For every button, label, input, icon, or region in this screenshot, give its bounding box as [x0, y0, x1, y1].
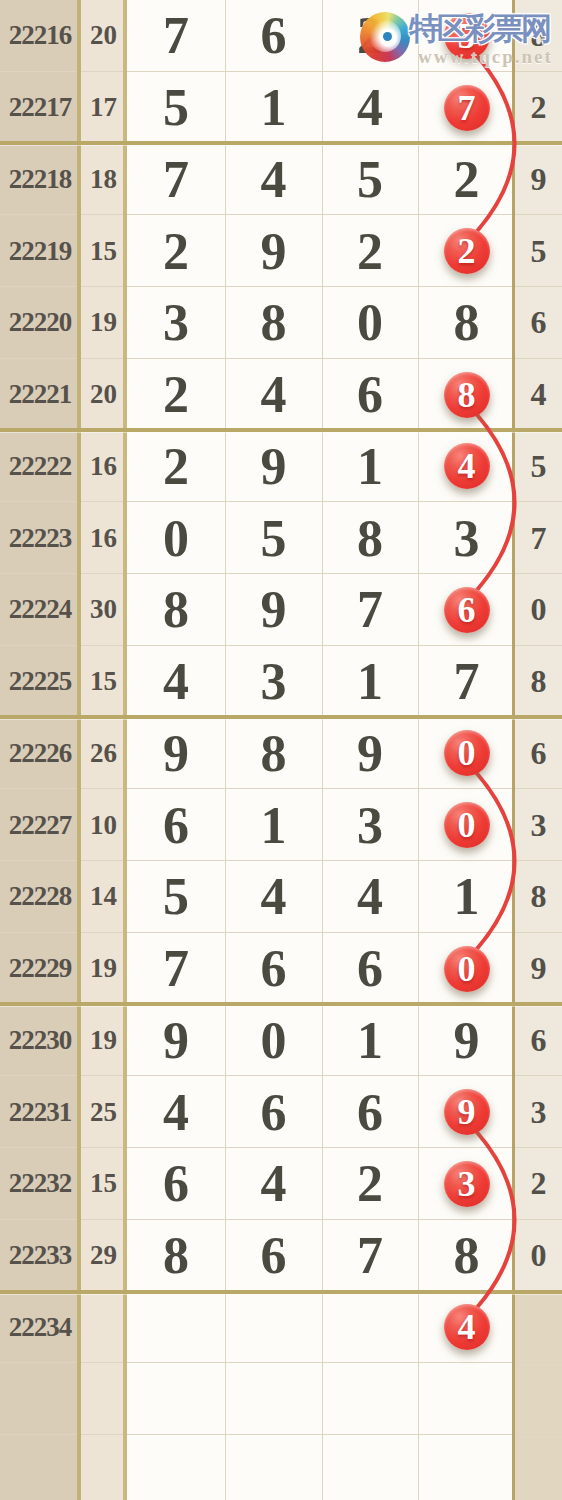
period-cell: 22232	[0, 1148, 80, 1220]
drawn-digit-circle: 9	[444, 1089, 490, 1135]
period-cell-value: 22232	[9, 1168, 72, 1199]
digit3-cell-value: 4	[357, 78, 383, 137]
digit2-cell: 4	[225, 144, 322, 216]
digit2-cell: 6	[225, 933, 322, 1005]
digit2-cell: 4	[225, 861, 322, 933]
digit3-cell: 2	[322, 1148, 418, 1220]
digit1-cell: 6	[127, 789, 225, 861]
period-cell: 22219	[0, 215, 80, 287]
digit4-cell: 9	[418, 1005, 515, 1077]
sum-cell: 15	[80, 215, 127, 287]
period-cell-value: 22217	[9, 92, 72, 123]
digit4-cell: 2	[418, 144, 515, 216]
next-digit-cell: 6	[515, 1005, 562, 1077]
digit2-cell: 9	[225, 215, 322, 287]
digit1-cell-value: 5	[163, 867, 189, 926]
period-cell: 22216	[0, 0, 80, 72]
digit1-cell-value: 6	[163, 1154, 189, 1213]
next-digit-cell-value: 9	[531, 161, 547, 198]
digit3-cell	[322, 1435, 418, 1500]
sum-cell	[80, 1435, 127, 1500]
digit2-cell	[225, 1435, 322, 1500]
digit1-cell: 2	[127, 359, 225, 431]
logo-center-dot	[383, 32, 392, 41]
table-cells: 2221620762582221717514722221818745292221…	[0, 0, 562, 1500]
digit3-cell-value: 6	[357, 939, 383, 998]
sum-cell: 10	[80, 789, 127, 861]
digit2-cell-value: 9	[261, 580, 287, 639]
sum-cell: 30	[80, 574, 127, 646]
digit1-cell-value: 3	[163, 293, 189, 352]
digit1-cell: 8	[127, 1220, 225, 1292]
sum-cell: 19	[80, 1005, 127, 1077]
next-digit-cell: 2	[515, 1148, 562, 1220]
period-cell: 22228	[0, 861, 80, 933]
digit1-cell: 0	[127, 502, 225, 574]
digit1-cell	[127, 1435, 225, 1500]
sum-cell: 15	[80, 1148, 127, 1220]
drawn-digit-circle: 0	[444, 730, 490, 776]
digit2-cell: 9	[225, 431, 322, 503]
digit1-cell: 8	[127, 574, 225, 646]
digit4-cell	[418, 1435, 515, 1500]
period-cell: 22224	[0, 574, 80, 646]
digit2-cell-value: 0	[261, 1011, 287, 1070]
digit1-cell: 5	[127, 72, 225, 144]
drawn-digit-circle: 7	[444, 85, 490, 131]
digit4-cell-value: 9	[454, 1011, 480, 1070]
next-digit-cell-value: 8	[531, 663, 547, 700]
period-cell-value: 22234	[9, 1312, 72, 1343]
site-logo-icon	[360, 12, 410, 62]
digit4-cell: 3	[418, 1148, 515, 1220]
next-digit-cell: 6	[515, 287, 562, 359]
next-digit-cell: 2	[515, 72, 562, 144]
next-digit-cell: 6	[515, 718, 562, 790]
next-digit-cell: 9	[515, 933, 562, 1005]
period-cell-value: 22225	[9, 666, 72, 697]
digit2-cell-value: 1	[261, 78, 287, 137]
digit3-cell	[322, 1292, 418, 1364]
digit1-cell-value: 0	[163, 509, 189, 568]
digit3-cell: 4	[322, 72, 418, 144]
digit2-cell-value: 6	[261, 1083, 287, 1142]
digit4-cell-value: 3	[454, 509, 480, 568]
digit3-cell: 3	[322, 789, 418, 861]
digit2-cell-value: 4	[261, 365, 287, 424]
digit2-cell-value: 6	[261, 6, 287, 65]
period-cell: 22220	[0, 287, 80, 359]
sum-cell-value: 30	[90, 594, 117, 625]
digit3-cell-value: 3	[357, 796, 383, 855]
next-digit-cell-value: 5	[531, 448, 547, 485]
digit4-cell: 0	[418, 933, 515, 1005]
period-cell-value: 22218	[9, 164, 72, 195]
digit2-cell-value: 6	[261, 1226, 287, 1285]
sum-cell-value: 15	[90, 236, 117, 267]
digit1-cell-value: 6	[163, 796, 189, 855]
period-cell: 22222	[0, 431, 80, 503]
sum-cell	[80, 1292, 127, 1364]
period-cell	[0, 1435, 80, 1500]
digit2-cell-value: 4	[261, 867, 287, 926]
digit2-cell-value: 6	[261, 939, 287, 998]
digit4-cell-value: 8	[454, 1226, 480, 1285]
digit3-cell: 0	[322, 287, 418, 359]
digit4-cell: 7	[418, 646, 515, 718]
digit3-cell-value: 5	[357, 150, 383, 209]
digit4-cell: 2	[418, 215, 515, 287]
digit4-cell: 0	[418, 718, 515, 790]
digit3-cell: 7	[322, 1220, 418, 1292]
period-cell-value: 22221	[9, 379, 72, 410]
digit3-cell: 5	[322, 144, 418, 216]
digit2-cell: 4	[225, 1148, 322, 1220]
digit1-cell: 5	[127, 861, 225, 933]
sum-cell-value: 26	[90, 738, 117, 769]
digit4-cell: 1	[418, 861, 515, 933]
digit2-cell-value: 4	[261, 1154, 287, 1213]
digit1-cell: 2	[127, 215, 225, 287]
digit3-cell: 6	[322, 933, 418, 1005]
digit4-cell-value: 2	[454, 150, 480, 209]
digit4-cell-value: 7	[454, 652, 480, 711]
digit1-cell-value: 7	[163, 6, 189, 65]
digit4-cell: 3	[418, 502, 515, 574]
period-cell-value: 22227	[9, 810, 72, 841]
digit1-cell-value: 9	[163, 724, 189, 783]
sum-cell-value: 10	[90, 810, 117, 841]
watermark-site-url: www.tqcp.net	[418, 46, 553, 68]
digit3-cell-value: 1	[357, 437, 383, 496]
digit3-cell-value: 2	[357, 222, 383, 281]
digit2-cell-value: 9	[261, 222, 287, 281]
drawn-digit-circle: 8	[444, 372, 490, 418]
digit1-cell: 6	[127, 1148, 225, 1220]
sum-cell: 18	[80, 144, 127, 216]
next-digit-cell: 3	[515, 789, 562, 861]
digit1-cell: 4	[127, 646, 225, 718]
next-digit-cell-value: 0	[531, 591, 547, 628]
digit1-cell: 3	[127, 287, 225, 359]
digit4-cell: 4	[418, 1292, 515, 1364]
digit4-cell: 8	[418, 359, 515, 431]
digit1-cell: 9	[127, 718, 225, 790]
drawn-digit-circle: 4	[444, 1304, 490, 1350]
next-digit-cell-value: 5	[531, 233, 547, 270]
next-digit-cell-value: 6	[531, 304, 547, 341]
period-cell: 22221	[0, 359, 80, 431]
sum-cell: 17	[80, 72, 127, 144]
digit4-cell-value: 1	[454, 867, 480, 926]
period-cell-value: 22224	[9, 594, 72, 625]
digit2-cell: 8	[225, 718, 322, 790]
period-cell-value: 22219	[9, 236, 72, 267]
digit1-cell-value: 2	[163, 365, 189, 424]
sum-cell-value: 17	[90, 92, 117, 123]
period-cell-value: 22226	[9, 738, 72, 769]
digit1-cell-value: 7	[163, 939, 189, 998]
period-cell-value: 22222	[9, 451, 72, 482]
drawn-digit-circle: 4	[444, 443, 490, 489]
digit2-cell: 1	[225, 72, 322, 144]
next-digit-cell: 0	[515, 1220, 562, 1292]
period-cell	[0, 1363, 80, 1435]
digit4-cell: 0	[418, 789, 515, 861]
digit3-cell: 2	[322, 215, 418, 287]
digit4-cell: 6	[418, 574, 515, 646]
next-digit-cell-value: 9	[531, 950, 547, 987]
digit1-cell-value: 4	[163, 652, 189, 711]
sum-cell: 25	[80, 1076, 127, 1148]
period-cell: 22234	[0, 1292, 80, 1364]
period-cell: 22231	[0, 1076, 80, 1148]
period-cell: 22233	[0, 1220, 80, 1292]
sum-cell: 15	[80, 646, 127, 718]
digit2-cell-value: 5	[261, 509, 287, 568]
digit3-cell: 7	[322, 574, 418, 646]
next-digit-cell	[515, 1292, 562, 1364]
drawn-digit-circle: 0	[444, 946, 490, 992]
sum-cell-value: 16	[90, 451, 117, 482]
digit2-cell: 8	[225, 287, 322, 359]
digit2-cell: 6	[225, 1220, 322, 1292]
drawn-digit-circle: 0	[444, 802, 490, 848]
sum-cell-value: 29	[90, 1240, 117, 1271]
digit1-cell-value: 5	[163, 78, 189, 137]
digit3-cell: 1	[322, 646, 418, 718]
period-cell: 22229	[0, 933, 80, 1005]
digit3-cell-value: 7	[357, 1226, 383, 1285]
digit3-cell: 1	[322, 431, 418, 503]
digit3-cell-value: 1	[357, 652, 383, 711]
sum-cell-value: 18	[90, 164, 117, 195]
sum-cell-value: 14	[90, 881, 117, 912]
sum-cell: 19	[80, 933, 127, 1005]
next-digit-cell-value: 8	[531, 878, 547, 915]
period-cell-value: 22231	[9, 1097, 72, 1128]
period-cell: 22230	[0, 1005, 80, 1077]
digit1-cell-value: 8	[163, 580, 189, 639]
digit1-cell: 2	[127, 431, 225, 503]
sum-cell: 29	[80, 1220, 127, 1292]
period-cell-value: 22230	[9, 1025, 72, 1056]
lottery-trend-chart: 2221620762582221717514722221818745292221…	[0, 0, 562, 1500]
next-digit-cell-value: 2	[531, 89, 547, 126]
digit3-cell: 6	[322, 1076, 418, 1148]
digit4-cell: 4	[418, 431, 515, 503]
digit1-cell: 4	[127, 1076, 225, 1148]
drawn-digit-circle: 3	[444, 1161, 490, 1207]
sum-cell: 20	[80, 0, 127, 72]
next-digit-cell: 0	[515, 574, 562, 646]
next-digit-cell-value: 6	[531, 1022, 547, 1059]
sum-cell-value: 19	[90, 953, 117, 984]
watermark-site-name: 特区彩票网	[409, 8, 549, 50]
next-digit-cell-value: 3	[531, 1094, 547, 1131]
period-cell: 22223	[0, 502, 80, 574]
digit3-cell-value: 0	[357, 293, 383, 352]
sum-cell: 16	[80, 502, 127, 574]
digit3-cell-value: 8	[357, 509, 383, 568]
digit4-cell: 8	[418, 1220, 515, 1292]
drawn-digit-circle: 6	[444, 587, 490, 633]
digit4-cell: 7	[418, 72, 515, 144]
next-digit-cell-value: 4	[531, 376, 547, 413]
sum-cell-value: 25	[90, 1097, 117, 1128]
next-digit-cell: 8	[515, 861, 562, 933]
digit3-cell: 9	[322, 718, 418, 790]
digit2-cell: 1	[225, 789, 322, 861]
next-digit-cell	[515, 1435, 562, 1500]
digit4-cell: 9	[418, 1076, 515, 1148]
digit1-cell: 7	[127, 0, 225, 72]
sum-cell-value: 19	[90, 307, 117, 338]
next-digit-cell-value: 6	[531, 735, 547, 772]
digit1-cell-value: 8	[163, 1226, 189, 1285]
digit2-cell-value: 3	[261, 652, 287, 711]
sum-cell-value: 15	[90, 666, 117, 697]
digit2-cell: 6	[225, 0, 322, 72]
next-digit-cell-value: 2	[531, 1165, 547, 1202]
next-digit-cell: 3	[515, 1076, 562, 1148]
digit3-cell-value: 6	[357, 1083, 383, 1142]
digit3-cell: 6	[322, 359, 418, 431]
sum-cell: 19	[80, 287, 127, 359]
sum-cell-value: 20	[90, 379, 117, 410]
drawn-digit-circle: 2	[444, 228, 490, 274]
digit3-cell-value: 4	[357, 867, 383, 926]
next-digit-cell-value: 0	[531, 1237, 547, 1274]
digit3-cell: 8	[322, 502, 418, 574]
digit2-cell-value: 9	[261, 437, 287, 496]
next-digit-cell: 8	[515, 646, 562, 718]
sum-cell-value: 16	[90, 523, 117, 554]
digit1-cell: 9	[127, 1005, 225, 1077]
next-digit-cell: 4	[515, 359, 562, 431]
digit2-cell-value: 1	[261, 796, 287, 855]
digit4-cell-value: 8	[454, 293, 480, 352]
digit1-cell: 7	[127, 933, 225, 1005]
sum-cell: 16	[80, 431, 127, 503]
digit2-cell-value: 8	[261, 724, 287, 783]
digit2-cell: 6	[225, 1076, 322, 1148]
period-cell-value: 22233	[9, 1240, 72, 1271]
period-cell: 22217	[0, 72, 80, 144]
period-cell-value: 22229	[9, 953, 72, 984]
period-cell-value: 22228	[9, 881, 72, 912]
next-digit-cell: 5	[515, 215, 562, 287]
digit2-cell	[225, 1363, 322, 1435]
next-digit-cell: 5	[515, 431, 562, 503]
digit3-cell-value: 6	[357, 365, 383, 424]
sum-cell: 20	[80, 359, 127, 431]
digit1-cell-value: 2	[163, 437, 189, 496]
digit2-cell: 0	[225, 1005, 322, 1077]
sum-cell: 26	[80, 718, 127, 790]
period-cell-value: 22220	[9, 307, 72, 338]
digit1-cell	[127, 1363, 225, 1435]
digit2-cell: 4	[225, 359, 322, 431]
period-cell: 22226	[0, 718, 80, 790]
digit2-cell-value: 4	[261, 150, 287, 209]
period-cell-value: 22223	[9, 523, 72, 554]
digit2-cell: 3	[225, 646, 322, 718]
digit3-cell: 1	[322, 1005, 418, 1077]
digit2-cell: 9	[225, 574, 322, 646]
sum-cell	[80, 1363, 127, 1435]
digit1-cell-value: 2	[163, 222, 189, 281]
next-digit-cell-value: 3	[531, 807, 547, 844]
digit4-cell: 8	[418, 287, 515, 359]
digit3-cell: 4	[322, 861, 418, 933]
next-digit-cell-value: 7	[531, 520, 547, 557]
digit1-cell-value: 4	[163, 1083, 189, 1142]
sum-cell-value: 20	[90, 20, 117, 51]
period-cell: 22218	[0, 144, 80, 216]
period-cell: 22225	[0, 646, 80, 718]
digit3-cell	[322, 1363, 418, 1435]
digit2-cell: 5	[225, 502, 322, 574]
digit3-cell-value: 9	[357, 724, 383, 783]
next-digit-cell: 7	[515, 502, 562, 574]
digit1-cell-value: 7	[163, 150, 189, 209]
digit3-cell-value: 2	[357, 1154, 383, 1213]
sum-cell-value: 15	[90, 1168, 117, 1199]
period-cell-value: 22216	[9, 20, 72, 51]
digit1-cell: 7	[127, 144, 225, 216]
sum-cell: 14	[80, 861, 127, 933]
digit3-cell-value: 7	[357, 580, 383, 639]
digit1-cell	[127, 1292, 225, 1364]
next-digit-cell	[515, 1363, 562, 1435]
digit3-cell-value: 1	[357, 1011, 383, 1070]
digit2-cell-value: 8	[261, 293, 287, 352]
period-cell: 22227	[0, 789, 80, 861]
digit2-cell	[225, 1292, 322, 1364]
digit4-cell	[418, 1363, 515, 1435]
next-digit-cell: 9	[515, 144, 562, 216]
sum-cell-value: 19	[90, 1025, 117, 1056]
digit1-cell-value: 9	[163, 1011, 189, 1070]
